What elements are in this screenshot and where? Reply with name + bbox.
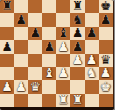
square-c8[interactable] (28, 0, 42, 13)
square-c5[interactable] (28, 40, 42, 53)
black-rook-piece: ♜ (1, 0, 12, 12)
square-a2[interactable]: ♟ (0, 80, 14, 93)
square-e7[interactable] (56, 13, 70, 26)
black-pawn-piece: ♟ (30, 27, 41, 40)
square-c1[interactable] (28, 94, 42, 107)
square-e8[interactable] (56, 0, 70, 13)
white-pawn-piece: ♟ (100, 67, 111, 80)
square-a6[interactable] (0, 27, 14, 40)
square-h6[interactable] (99, 27, 113, 40)
black-rook-piece: ♜ (72, 0, 83, 12)
square-h3[interactable]: ♟ (99, 67, 113, 80)
black-pawn-piece: ♟ (100, 13, 111, 26)
white-pawn-piece: ♟ (1, 80, 12, 93)
square-b4[interactable] (14, 54, 28, 67)
square-e5[interactable]: ♟ (56, 40, 70, 53)
chess-board-screenshot: ♜♜♚♟♞♟♟♝♟♟♟♟♟♟♟♟♛♝♟♞♟♟♟♛♚♜♜ (0, 0, 114, 110)
square-f1[interactable]: ♜ (70, 94, 84, 107)
square-h5[interactable] (99, 40, 113, 53)
square-c4[interactable] (28, 54, 42, 67)
square-d3[interactable]: ♝ (42, 67, 56, 80)
chess-board: ♜♜♚♟♞♟♟♝♟♟♟♟♟♟♟♟♛♝♟♞♟♟♟♛♚♜♜ (0, 0, 113, 107)
square-c3[interactable] (28, 67, 42, 80)
black-knight-piece: ♞ (72, 13, 83, 26)
square-b1[interactable] (14, 94, 28, 107)
square-h4[interactable]: ♛ (99, 54, 113, 67)
square-b8[interactable] (14, 0, 28, 13)
square-d4[interactable] (42, 54, 56, 67)
white-rook-piece: ♜ (72, 94, 83, 107)
black-pawn-piece: ♟ (86, 27, 97, 40)
black-pawn-piece: ♟ (72, 40, 83, 53)
white-queen-piece: ♛ (30, 80, 41, 93)
square-g7[interactable] (85, 13, 99, 26)
square-g4[interactable]: ♟ (85, 54, 99, 67)
white-king-piece: ♚ (100, 80, 111, 93)
black-king-piece: ♚ (100, 0, 111, 12)
square-g5[interactable] (85, 40, 99, 53)
square-a7[interactable] (0, 13, 14, 26)
square-d5[interactable]: ♟ (42, 40, 56, 53)
black-pawn-piece: ♟ (72, 27, 83, 40)
square-h1[interactable] (99, 94, 113, 107)
square-h7[interactable]: ♟ (99, 13, 113, 26)
square-e3[interactable]: ♟ (56, 67, 70, 80)
square-g8[interactable] (85, 0, 99, 13)
square-d7[interactable] (42, 13, 56, 26)
black-pawn-piece: ♟ (1, 40, 12, 53)
black-bishop-piece: ♝ (58, 27, 69, 40)
square-e6[interactable]: ♝ (56, 27, 70, 40)
square-d6[interactable] (42, 27, 56, 40)
square-f8[interactable]: ♜ (70, 0, 84, 13)
white-pawn-piece: ♟ (16, 80, 27, 93)
white-pawn-piece: ♟ (86, 54, 97, 67)
black-queen-piece: ♛ (100, 54, 111, 67)
square-c7[interactable] (28, 13, 42, 26)
square-f7[interactable]: ♞ (70, 13, 84, 26)
square-g2[interactable] (85, 80, 99, 93)
white-rook-piece: ♜ (58, 94, 69, 107)
white-pawn-piece: ♟ (72, 54, 83, 67)
square-b5[interactable] (14, 40, 28, 53)
board-right-border (113, 0, 115, 110)
square-a4[interactable] (0, 54, 14, 67)
square-g1[interactable] (85, 94, 99, 107)
square-b3[interactable] (14, 67, 28, 80)
square-a8[interactable]: ♜ (0, 0, 14, 13)
board-bottom-border (0, 107, 114, 110)
square-a5[interactable]: ♟ (0, 40, 14, 53)
square-h8[interactable]: ♚ (99, 0, 113, 13)
square-e1[interactable]: ♜ (56, 94, 70, 107)
square-b7[interactable]: ♟ (14, 13, 28, 26)
square-f3[interactable] (70, 67, 84, 80)
square-e4[interactable] (56, 54, 70, 67)
square-d2[interactable] (42, 80, 56, 93)
square-g3[interactable]: ♞ (85, 67, 99, 80)
square-f4[interactable]: ♟ (70, 54, 84, 67)
white-pawn-piece: ♟ (58, 40, 69, 53)
square-d8[interactable] (42, 0, 56, 13)
white-knight-piece: ♞ (86, 67, 97, 80)
square-c6[interactable]: ♟ (28, 27, 42, 40)
square-a1[interactable] (0, 94, 14, 107)
white-bishop-piece: ♝ (44, 67, 55, 80)
square-f5[interactable]: ♟ (70, 40, 84, 53)
black-pawn-piece: ♟ (16, 13, 27, 26)
black-pawn-piece: ♟ (44, 40, 55, 53)
square-e2[interactable] (56, 80, 70, 93)
square-b2[interactable]: ♟ (14, 80, 28, 93)
square-h2[interactable]: ♚ (99, 80, 113, 93)
square-b6[interactable] (14, 27, 28, 40)
square-f6[interactable]: ♟ (70, 27, 84, 40)
square-c2[interactable]: ♛ (28, 80, 42, 93)
square-d1[interactable] (42, 94, 56, 107)
square-a3[interactable] (0, 67, 14, 80)
square-f2[interactable] (70, 80, 84, 93)
square-g6[interactable]: ♟ (85, 27, 99, 40)
white-pawn-piece: ♟ (58, 67, 69, 80)
